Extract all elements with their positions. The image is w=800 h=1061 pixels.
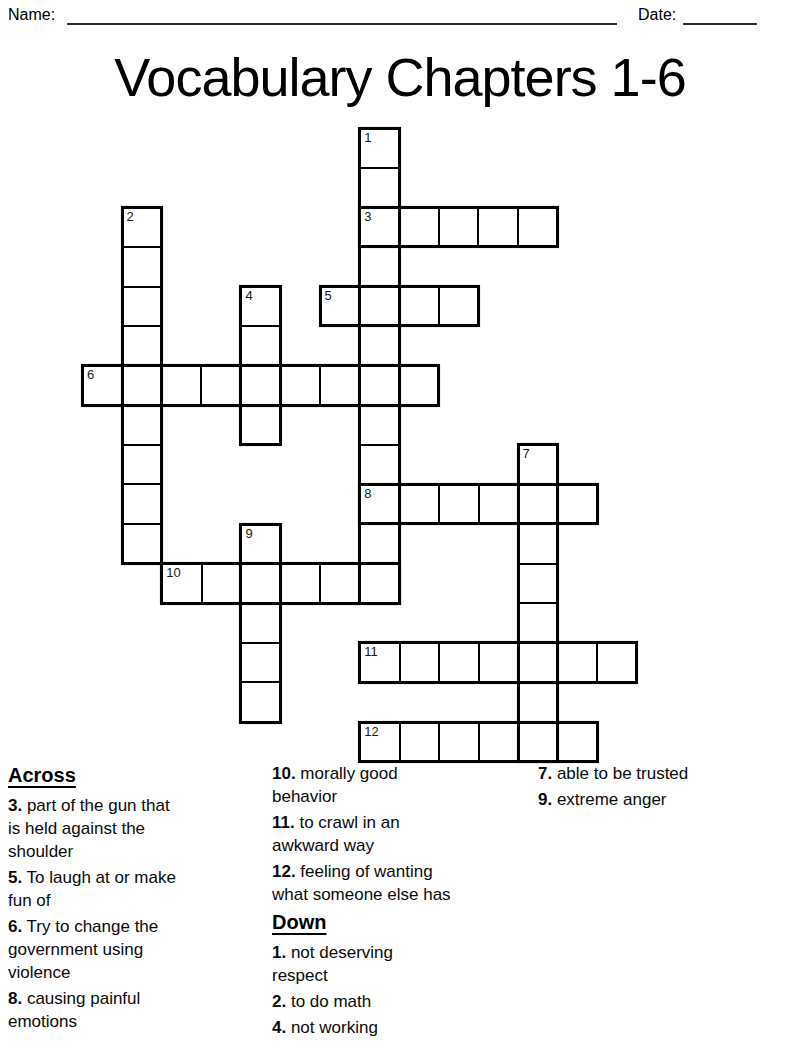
grid-cell[interactable]: 8 [361,486,398,523]
clue-number: 7. [538,764,552,783]
clue-12: 12. feeling of wanting what someone else… [272,860,526,906]
grid-cell[interactable]: 6 [84,367,121,404]
grid-cell[interactable] [280,565,319,602]
grid-cell[interactable] [121,367,160,404]
grid-cell[interactable] [124,483,161,522]
clue-column-1: Across3. part of the gun that is held ag… [8,762,262,1036]
cell-number: 11 [364,645,378,659]
grid-cell[interactable] [319,367,358,404]
grid-cell[interactable] [361,167,398,207]
grid-cell[interactable]: 1 [361,130,398,168]
grid-cell[interactable] [242,642,279,681]
grid-cell[interactable]: 9 [242,526,279,563]
grid-cell[interactable] [242,325,279,364]
grid-cell[interactable] [596,644,635,681]
grid-cell[interactable] [124,246,161,285]
clue-number: 4. [272,1018,286,1037]
clue-text: to do math [286,992,371,1011]
cell-number: 8 [364,487,371,501]
clue-number: 5. [8,868,22,887]
grid-cell[interactable] [517,209,556,246]
clue-number: 11. [272,813,295,832]
clue-text: not deserving respect [272,943,393,985]
clue-text: causing painful emotions [8,989,140,1031]
entry-6-across: 6 [81,364,440,407]
grid-cell[interactable] [517,724,556,761]
clue-5: 5. To laugh at or make fun of [8,866,262,912]
grid-cell[interactable]: 11 [361,644,398,681]
clue-number: 9. [538,790,552,809]
grid-cell[interactable]: 5 [322,288,359,325]
cell-number: 7 [523,447,530,461]
cell-number: 12 [364,725,378,739]
worksheet-page: Name: Date: Vocabulary Chapters 1-6 1234… [0,0,800,1061]
cell-number: 9 [245,527,252,541]
clue-text: Try to change the government using viole… [8,917,158,982]
grid-cell[interactable] [279,367,318,404]
grid-cell[interactable] [361,325,398,365]
cell-number: 1 [364,131,371,145]
clue-number: 1. [272,943,286,962]
entry-9-down: 9 [239,523,282,724]
clue-9: 9. extreme anger [538,788,792,811]
grid-cell[interactable] [556,724,595,761]
grid-cell[interactable] [398,288,437,325]
clue-number: 6. [8,917,22,936]
grid-cell[interactable] [517,644,556,681]
cell-number: 6 [87,368,94,382]
clue-text: To laugh at or make fun of [8,868,176,910]
clue-text: not working [286,1018,378,1037]
grid-cell[interactable] [438,724,477,761]
grid-cell[interactable] [359,288,398,325]
grid-cell[interactable] [240,367,279,404]
grid-cell[interactable] [361,404,398,444]
clue-6: 6. Try to change the government using vi… [8,915,262,984]
clue-text: able to be trusted [552,764,688,783]
cell-number: 4 [245,289,252,303]
entry-10-across: 10 [160,562,401,605]
grid-cell[interactable] [478,724,517,761]
cell-number: 2 [127,210,134,224]
grid-cell[interactable] [358,565,397,602]
grid-cell[interactable] [520,523,557,562]
cell-number: 5 [325,289,332,303]
entry-5-across: 5 [319,285,480,328]
clue-number: 10. [272,764,296,783]
grid-cell[interactable]: 3 [361,209,398,246]
clue-number: 3. [8,796,22,815]
grid-cell[interactable] [124,404,161,443]
clue-text: feeling of wanting what someone else has [272,862,451,904]
entry-3-across: 3 [358,206,559,249]
grid-cell[interactable] [361,444,398,484]
grid-cell[interactable] [399,724,438,761]
grid-cell[interactable] [438,209,477,246]
grid-cell[interactable] [399,486,438,523]
clue-4: 4. not working [272,1016,526,1039]
clue-2: 2. to do math [272,990,526,1013]
clue-7: 7. able to be trusted [538,762,792,785]
grid-cell[interactable] [556,644,595,681]
grid-cell[interactable]: 10 [163,565,200,602]
grid-cell[interactable] [438,486,477,523]
grid-cell[interactable] [398,367,437,404]
clue-section-header-across: Across [8,762,262,788]
clue-number: 8. [8,989,22,1008]
clue-column-2: 10. morally good behavior11. to crawl in… [272,762,526,1042]
grid-cell[interactable] [361,246,398,286]
cell-number: 3 [364,210,371,224]
grid-cell[interactable] [200,367,239,404]
grid-cell[interactable] [520,563,557,602]
clue-1: 1. not deserving respect [272,941,526,987]
grid-cell[interactable] [242,404,279,443]
grid-cell[interactable] [124,444,161,483]
grid-cell[interactable] [242,681,279,720]
grid-cell[interactable]: 4 [242,288,279,325]
grid-cell[interactable]: 2 [124,209,161,246]
grid-cell[interactable] [517,486,556,523]
grid-cell[interactable] [399,209,438,246]
clue-11: 11. to crawl in an awkward way [272,811,526,857]
grid-cell[interactable] [361,523,398,563]
cell-number: 10 [166,566,180,580]
grid-cell[interactable] [477,209,516,246]
grid-cell[interactable] [438,644,477,681]
grid-cell[interactable] [438,288,477,325]
grid-cell[interactable] [399,644,438,681]
grid-cell[interactable] [124,325,161,364]
entry-8-across: 8 [358,483,599,526]
grid-cell[interactable] [319,565,358,602]
grid-cell[interactable] [478,486,517,523]
grid-cell[interactable] [124,286,161,325]
grid-cell[interactable] [478,644,517,681]
grid-cell[interactable] [161,367,200,404]
grid-cell[interactable]: 12 [361,724,398,761]
entry-11-across: 11 [358,641,638,684]
clue-3: 3. part of the gun that is held against … [8,794,262,863]
clue-number: 2. [272,992,286,1011]
clue-text: extreme anger [552,790,666,809]
clue-8: 8. causing painful emotions [8,987,262,1033]
grid-cell[interactable] [242,602,279,641]
clue-column-3: 7. able to be trusted9. extreme anger [538,762,792,814]
entry-12-across: 12 [358,721,599,764]
grid-cell[interactable] [201,565,240,602]
clue-section-header-down: Down [272,909,526,935]
grid-cell[interactable]: 7 [520,446,557,483]
grid-cell[interactable] [520,602,557,641]
grid-cell[interactable] [556,486,595,523]
clue-text: part of the gun that is held against the… [8,796,170,861]
clue-number: 12. [272,862,296,881]
grid-cell[interactable] [358,367,397,404]
clue-10: 10. morally good behavior [272,762,526,808]
grid-cell[interactable] [240,565,279,602]
grid-cell[interactable] [520,681,557,720]
grid-cell[interactable] [124,523,161,562]
